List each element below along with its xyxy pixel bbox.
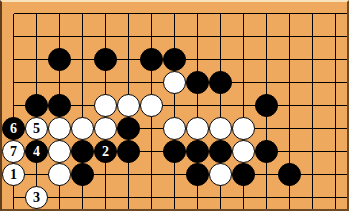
white-stone (94, 117, 117, 140)
intersection (209, 117, 232, 140)
black-stone (117, 117, 140, 140)
intersection (48, 163, 71, 186)
white-stone (48, 140, 71, 163)
black-stone (163, 48, 186, 71)
move-number-label: 5 (33, 121, 40, 135)
intersection (71, 48, 94, 71)
intersection (94, 94, 117, 117)
white-stone: 1 (2, 163, 25, 186)
intersection (324, 117, 347, 140)
intersection (278, 25, 301, 48)
intersection (324, 94, 347, 117)
intersection (140, 2, 163, 25)
intersection (163, 140, 186, 163)
intersection (301, 2, 324, 25)
go-grid: 6574213 (2, 2, 347, 209)
intersection (255, 186, 278, 209)
intersection (94, 71, 117, 94)
intersection (2, 25, 25, 48)
intersection (232, 71, 255, 94)
black-stone: 4 (25, 140, 48, 163)
intersection (25, 25, 48, 48)
intersection (117, 25, 140, 48)
intersection: 3 (25, 186, 48, 209)
white-stone (163, 117, 186, 140)
intersection (324, 140, 347, 163)
intersection (255, 117, 278, 140)
intersection (2, 71, 25, 94)
intersection (324, 25, 347, 48)
intersection (94, 48, 117, 71)
move-number-label: 7 (10, 144, 17, 158)
intersection (278, 117, 301, 140)
intersection (301, 25, 324, 48)
intersection (209, 2, 232, 25)
white-stone (209, 163, 232, 186)
intersection (117, 186, 140, 209)
black-stone (25, 94, 48, 117)
intersection (71, 163, 94, 186)
intersection (278, 48, 301, 71)
white-stone: 5 (25, 117, 48, 140)
intersection: 6 (2, 117, 25, 140)
intersection (324, 48, 347, 71)
intersection (117, 71, 140, 94)
intersection (163, 163, 186, 186)
intersection (324, 186, 347, 209)
intersection (209, 163, 232, 186)
white-stone (48, 117, 71, 140)
white-stone (209, 117, 232, 140)
intersection (186, 186, 209, 209)
intersection (25, 71, 48, 94)
black-stone (278, 163, 301, 186)
intersection (48, 140, 71, 163)
intersection (25, 163, 48, 186)
intersection (278, 140, 301, 163)
intersection (301, 94, 324, 117)
intersection (232, 117, 255, 140)
intersection (163, 25, 186, 48)
intersection (140, 71, 163, 94)
intersection (94, 163, 117, 186)
black-stone (71, 163, 94, 186)
intersection: 4 (25, 140, 48, 163)
intersection (301, 163, 324, 186)
intersection (163, 94, 186, 117)
intersection (163, 2, 186, 25)
intersection (232, 140, 255, 163)
intersection (48, 94, 71, 117)
intersection (232, 2, 255, 25)
intersection (140, 117, 163, 140)
intersection (301, 117, 324, 140)
intersection (71, 94, 94, 117)
intersection (140, 48, 163, 71)
intersection (232, 163, 255, 186)
intersection (255, 48, 278, 71)
intersection (209, 48, 232, 71)
move-number-label: 4 (33, 144, 40, 158)
black-stone (163, 140, 186, 163)
intersection (163, 186, 186, 209)
intersection (209, 186, 232, 209)
intersection (186, 48, 209, 71)
intersection (117, 117, 140, 140)
black-stone (255, 94, 278, 117)
white-stone (140, 94, 163, 117)
intersection (301, 186, 324, 209)
move-number-label: 6 (10, 121, 17, 135)
intersection (232, 186, 255, 209)
intersection (186, 25, 209, 48)
white-stone (94, 94, 117, 117)
intersection: 1 (2, 163, 25, 186)
intersection (232, 48, 255, 71)
intersection (301, 48, 324, 71)
black-stone: 6 (2, 117, 25, 140)
intersection: 2 (94, 140, 117, 163)
intersection (301, 140, 324, 163)
intersection (209, 25, 232, 48)
intersection (117, 94, 140, 117)
intersection (2, 94, 25, 117)
black-stone (186, 140, 209, 163)
white-stone (163, 71, 186, 94)
white-stone: 7 (2, 140, 25, 163)
intersection (163, 48, 186, 71)
white-stone (232, 140, 255, 163)
black-stone (186, 71, 209, 94)
intersection (71, 25, 94, 48)
intersection (186, 117, 209, 140)
intersection (278, 186, 301, 209)
intersection (140, 25, 163, 48)
intersection (140, 163, 163, 186)
white-stone (71, 117, 94, 140)
intersection (209, 140, 232, 163)
intersection (186, 71, 209, 94)
intersection (140, 94, 163, 117)
intersection (71, 71, 94, 94)
intersection (324, 163, 347, 186)
black-stone (209, 140, 232, 163)
intersection (232, 25, 255, 48)
intersection (163, 117, 186, 140)
intersection (278, 94, 301, 117)
intersection (209, 94, 232, 117)
intersection (117, 140, 140, 163)
black-stone (117, 140, 140, 163)
black-stone: 2 (94, 140, 117, 163)
intersection (71, 117, 94, 140)
white-stone: 3 (25, 186, 48, 209)
move-number-label: 1 (10, 167, 17, 181)
white-stone (232, 117, 255, 140)
intersection (255, 140, 278, 163)
intersection (186, 2, 209, 25)
intersection (324, 2, 347, 25)
black-stone (255, 140, 278, 163)
black-stone (140, 48, 163, 71)
intersection (48, 71, 71, 94)
intersection: 5 (25, 117, 48, 140)
intersection (301, 71, 324, 94)
intersection (117, 2, 140, 25)
intersection (163, 71, 186, 94)
intersection (186, 94, 209, 117)
intersection (25, 94, 48, 117)
intersection (48, 186, 71, 209)
intersection (186, 163, 209, 186)
intersection (25, 48, 48, 71)
black-stone (209, 71, 232, 94)
intersection (255, 163, 278, 186)
intersection (71, 2, 94, 25)
intersection (2, 186, 25, 209)
intersection (140, 140, 163, 163)
intersection (255, 25, 278, 48)
intersection (48, 117, 71, 140)
go-board: 6574213 (0, 0, 349, 211)
move-number-label: 3 (33, 190, 40, 204)
intersection (232, 94, 255, 117)
intersection (48, 48, 71, 71)
intersection (255, 71, 278, 94)
intersection (94, 117, 117, 140)
intersection (186, 140, 209, 163)
black-stone (48, 48, 71, 71)
intersection (48, 25, 71, 48)
black-stone (232, 163, 255, 186)
black-stone (71, 140, 94, 163)
intersection (278, 71, 301, 94)
black-stone (186, 163, 209, 186)
intersection (48, 2, 71, 25)
white-stone (117, 94, 140, 117)
intersection (278, 2, 301, 25)
intersection: 7 (2, 140, 25, 163)
black-stone (48, 94, 71, 117)
intersection (71, 186, 94, 209)
intersection (94, 2, 117, 25)
intersection (209, 71, 232, 94)
black-stone (94, 48, 117, 71)
intersection (25, 2, 48, 25)
intersection (2, 2, 25, 25)
intersection (140, 186, 163, 209)
intersection (94, 25, 117, 48)
intersection (255, 2, 278, 25)
intersection (2, 48, 25, 71)
move-number-label: 2 (102, 144, 109, 158)
intersection (278, 163, 301, 186)
intersection (324, 71, 347, 94)
intersection (255, 94, 278, 117)
white-stone (48, 163, 71, 186)
intersection (117, 48, 140, 71)
intersection (71, 140, 94, 163)
white-stone (186, 117, 209, 140)
intersection (117, 163, 140, 186)
intersection (94, 186, 117, 209)
